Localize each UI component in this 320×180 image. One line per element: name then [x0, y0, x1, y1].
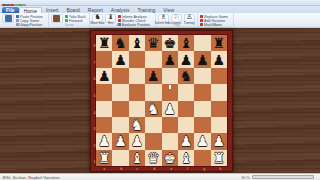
square-d7[interactable] [145, 51, 161, 67]
rank-label-8: 8 [93, 45, 95, 48]
file-label-b: b [115, 167, 127, 170]
training-button[interactable]: ♙Training [184, 14, 195, 23]
square-h3[interactable] [211, 117, 227, 133]
chess-piece-icon: ♗ [160, 14, 166, 21]
square-c8[interactable]: ♝ [129, 35, 145, 51]
square-f5[interactable] [178, 84, 194, 100]
square-h2[interactable]: ♟ [211, 133, 227, 149]
ribbon-tab-strip: FileHomeInsertBoardReportAnalysisTrainin… [0, 6, 320, 13]
square-c5[interactable] [129, 84, 145, 100]
white-queen-d1[interactable]: ♛ [147, 151, 160, 165]
square-b4[interactable] [112, 101, 128, 117]
ribbon-group-game: Take BackForwardGame [49, 13, 90, 27]
infinite-analysis-icon [118, 15, 121, 18]
square-g1[interactable] [194, 150, 210, 166]
white-bishop-f1[interactable]: ♝ [180, 151, 193, 165]
black-pawn-g7[interactable]: ♟ [196, 53, 209, 67]
paste-icon [5, 15, 12, 22]
rank-label-2: 2 [93, 144, 95, 147]
square-e5[interactable] [162, 84, 178, 100]
white-pawn-c2[interactable]: ♟ [131, 134, 144, 148]
square-a7[interactable] [96, 51, 112, 67]
chess-piece-icon: ♙ [186, 14, 192, 21]
item-label: Forward [69, 19, 82, 22]
chess-piece-icon: ♝ [107, 14, 113, 21]
square-d8[interactable]: ♛ [145, 35, 161, 51]
switch-sides-button[interactable]: ♗Switch Sides [158, 14, 169, 23]
square-d6[interactable]: ♟ [145, 68, 161, 84]
chess-piece-icon: ♞ [94, 14, 100, 21]
replace-game-icon [200, 15, 203, 18]
ribbon-group-label: Save [201, 23, 229, 26]
file-label-g: g [198, 167, 210, 170]
square-b8[interactable]: ♞ [112, 35, 128, 51]
mouse-cursor [169, 85, 171, 89]
square-g3[interactable] [194, 117, 210, 133]
square-e4[interactable]: ♟ [162, 101, 178, 117]
white-king-e1[interactable]: ♚ [163, 151, 176, 165]
ribbon-group-label: Clipboard [5, 23, 43, 26]
square-a5[interactable] [96, 84, 112, 100]
square-f2[interactable]: ♟ [178, 133, 194, 149]
black-knight-f6[interactable]: ♞ [180, 69, 193, 83]
hint-button[interactable]: ♝Hint [105, 14, 116, 23]
file-label-f: f [181, 167, 193, 170]
rank-label-7: 7 [93, 61, 95, 64]
white-pawn-f2[interactable]: ♟ [180, 134, 193, 148]
square-b5[interactable] [112, 84, 128, 100]
square-e1[interactable]: ♚ [162, 150, 178, 166]
white-pawn-a2[interactable]: ♟ [98, 134, 111, 148]
square-g5[interactable] [194, 84, 210, 100]
square-a3[interactable] [96, 117, 112, 133]
copy-game-icon [16, 19, 19, 22]
move-now-button[interactable]: ♞Move Now [92, 14, 103, 23]
white-bishop-c1[interactable]: ♝ [131, 151, 144, 165]
rank-label-1: 1 [93, 161, 95, 164]
ribbon-group-label: Analysis [97, 23, 149, 26]
square-e8[interactable]: ♚ [162, 35, 178, 51]
file-label-d: d [148, 167, 160, 170]
square-d2[interactable] [145, 133, 161, 149]
square-c2[interactable]: ♟ [129, 133, 145, 149]
square-c4[interactable] [129, 101, 145, 117]
square-g2[interactable]: ♟ [194, 133, 210, 149]
paste-position-icon [16, 15, 19, 18]
square-d4[interactable]: ♞ [145, 101, 161, 117]
board-background: ♜♞♝♛♚♝♜♟♟♟♟♟♟♟♞♞♟♞♟♟♟♟♟♟♜♝♛♚♝♜87654321ab… [0, 28, 320, 173]
square-d1[interactable]: ♛ [145, 150, 161, 166]
file-label-a: a [98, 167, 110, 170]
square-b7[interactable]: ♟ [112, 51, 128, 67]
black-pawn-d6[interactable]: ♟ [147, 69, 160, 83]
black-king-e8[interactable]: ♚ [163, 36, 176, 50]
square-f4[interactable] [178, 101, 194, 117]
black-pawn-a6[interactable]: ♟ [98, 69, 111, 83]
white-rook-a1[interactable]: ♜ [98, 151, 111, 165]
square-b2[interactable]: ♟ [112, 133, 128, 149]
white-pawn-b2[interactable]: ♟ [114, 134, 127, 148]
add-variation-icon [200, 19, 203, 22]
ribbon-group-play: ♗Switch Sides♘Levels♙TrainingPlay [156, 13, 198, 27]
chess-piece-icon: ♘ [173, 14, 179, 21]
black-bishop-f8[interactable]: ♝ [180, 36, 193, 50]
file-label-h: h [214, 167, 226, 170]
white-pawn-h2[interactable]: ♟ [213, 134, 226, 148]
square-a6[interactable]: ♟ [96, 68, 112, 84]
square-c1[interactable]: ♝ [129, 150, 145, 166]
white-pawn-g2[interactable]: ♟ [196, 134, 209, 148]
square-f7[interactable]: ♟ [178, 51, 194, 67]
chess-board[interactable]: ♜♞♝♛♚♝♜♟♟♟♟♟♟♟♞♞♟♞♟♟♟♟♟♟♜♝♛♚♝♜87654321ab… [95, 34, 228, 167]
ribbon-group-save: Replace GameAdd VariationMark MoveSave [198, 13, 234, 27]
white-rook-h1[interactable]: ♜ [213, 151, 226, 165]
file-label-e: e [165, 167, 177, 170]
new-game-icon [53, 15, 60, 22]
black-rook-a8[interactable]: ♜ [98, 36, 111, 50]
white-pawn-e4[interactable]: ♟ [163, 102, 176, 116]
square-h5[interactable] [211, 84, 227, 100]
rank-label-6: 6 [93, 78, 95, 81]
ribbon-group-clipboard: Paste PositionCopy GameCopy PositionClip… [0, 13, 49, 27]
new-game-button[interactable] [51, 14, 63, 23]
square-e3[interactable] [162, 117, 178, 133]
black-knight-b8[interactable]: ♞ [114, 36, 127, 50]
square-f1[interactable]: ♝ [178, 150, 194, 166]
square-f8[interactable]: ♝ [178, 35, 194, 51]
forward-icon [65, 19, 68, 22]
ribbon-group-analysis: ♞Move Now♝HintInfinite AnalysisBlunder C… [90, 13, 156, 27]
square-c6[interactable] [129, 68, 145, 84]
square-a1[interactable]: ♜ [96, 150, 112, 166]
square-c7[interactable] [129, 51, 145, 67]
black-rook-h8[interactable]: ♜ [213, 36, 226, 50]
rank-label-3: 3 [93, 128, 95, 131]
square-c3[interactable]: ♞ [129, 117, 145, 133]
forward-button[interactable]: Forward [65, 19, 87, 22]
black-pawn-f7[interactable]: ♟ [180, 53, 193, 67]
ribbon-group-label: Game [53, 23, 85, 26]
square-e2[interactable] [162, 133, 178, 149]
square-g7[interactable]: ♟ [194, 51, 210, 67]
square-g4[interactable] [194, 101, 210, 117]
black-pawn-b7[interactable]: ♟ [114, 53, 127, 67]
square-h4[interactable] [211, 101, 227, 117]
black-pawn-e7[interactable]: ♟ [163, 53, 176, 67]
square-e7[interactable]: ♟ [162, 51, 178, 67]
paste-button[interactable] [2, 14, 14, 23]
white-knight-d4[interactable]: ♞ [147, 102, 160, 116]
board-frame: ♜♞♝♛♚♝♜♟♟♟♟♟♟♟♞♞♟♞♟♟♟♟♟♟♜♝♛♚♝♜87654321ab… [90, 30, 233, 172]
status-bar: B90: Sicilian, Najdorf Variation 80 % [0, 173, 320, 180]
progress-label: 80 % [241, 175, 249, 180]
square-a4[interactable] [96, 101, 112, 117]
square-h1[interactable]: ♜ [211, 150, 227, 166]
square-g6[interactable] [194, 68, 210, 84]
square-h8[interactable]: ♜ [211, 35, 227, 51]
square-b1[interactable] [112, 150, 128, 166]
blunder-check-icon [118, 19, 121, 22]
ribbon: Paste PositionCopy GameCopy PositionClip… [0, 13, 320, 28]
take-back-icon [65, 15, 68, 18]
black-bishop-c8[interactable]: ♝ [131, 36, 144, 50]
square-b6[interactable] [112, 68, 128, 84]
file-label-c: c [131, 167, 143, 170]
ribbon-group-label: Play [160, 23, 193, 26]
square-e6[interactable] [162, 68, 178, 84]
progress-bar [252, 175, 314, 179]
square-a2[interactable]: ♟ [96, 133, 112, 149]
square-f6[interactable]: ♞ [178, 68, 194, 84]
black-pawn-h7[interactable]: ♟ [213, 53, 226, 67]
white-knight-c3[interactable]: ♞ [131, 118, 144, 132]
square-h6[interactable] [211, 68, 227, 84]
rank-label-5: 5 [93, 94, 95, 97]
rank-label-4: 4 [93, 111, 95, 114]
square-d3[interactable] [145, 117, 161, 133]
square-a8[interactable]: ♜ [96, 35, 112, 51]
status-text: B90: Sicilian, Najdorf Variation [0, 174, 60, 179]
square-d5[interactable] [145, 84, 161, 100]
square-f3[interactable] [178, 117, 194, 133]
square-h7[interactable]: ♟ [211, 51, 227, 67]
square-b3[interactable] [112, 117, 128, 133]
black-queen-d8[interactable]: ♛ [147, 36, 160, 50]
square-g8[interactable] [194, 35, 210, 51]
